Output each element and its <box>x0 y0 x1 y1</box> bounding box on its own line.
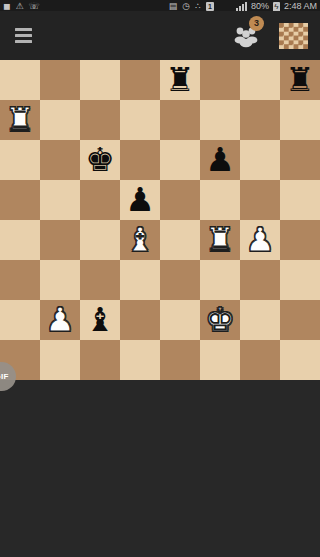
square-f6[interactable]: ♟ <box>200 140 240 180</box>
black-pawn[interactable]: ♟ <box>200 140 240 180</box>
square-f7[interactable] <box>200 100 240 140</box>
status-bar: ◼⚠☏ ▤◷∴1 80% ϟ 2:48 AM <box>0 0 320 11</box>
square-c5[interactable] <box>80 180 120 220</box>
clock-time: 2:48 AM <box>284 1 317 11</box>
hamburger-menu-button[interactable] <box>15 23 41 49</box>
black-rook[interactable]: ♜ <box>160 60 200 100</box>
square-g4[interactable]: ♟ <box>240 220 280 260</box>
square-d6[interactable] <box>120 140 160 180</box>
square-b6[interactable] <box>40 140 80 180</box>
square-a4[interactable] <box>0 220 40 260</box>
status-icons-middle: ▤◷∴1 <box>169 1 214 10</box>
contacts-icon: ∴ <box>195 2 201 11</box>
status-icons-left: ◼⚠☏ <box>3 1 40 10</box>
square-g3[interactable] <box>240 260 280 300</box>
square-e4[interactable] <box>160 220 200 260</box>
square-b2[interactable]: ♟ <box>40 300 80 340</box>
square-c4[interactable] <box>80 220 120 260</box>
square-c6[interactable]: ♚ <box>80 140 120 180</box>
square-d3[interactable] <box>120 260 160 300</box>
alarm-icon: ◷ <box>182 2 190 11</box>
square-c3[interactable] <box>80 260 120 300</box>
square-c8[interactable] <box>80 60 120 100</box>
square-g6[interactable] <box>240 140 280 180</box>
black-pawn[interactable]: ♟ <box>120 180 160 220</box>
square-h4[interactable] <box>280 220 320 260</box>
square-b8[interactable] <box>40 60 80 100</box>
square-g2[interactable] <box>240 300 280 340</box>
square-c2[interactable]: ♝ <box>80 300 120 340</box>
square-e1[interactable] <box>160 340 200 380</box>
square-a2[interactable] <box>0 300 40 340</box>
board-area: ♜♜♜♚♟♟♝♜♟♟♝♚ GIF <box>0 60 320 380</box>
black-rook[interactable]: ♜ <box>280 60 320 100</box>
white-rook[interactable]: ♜ <box>200 220 240 260</box>
bottom-area <box>0 380 320 557</box>
voicemail-icon: ☏ <box>29 2 40 11</box>
square-d5[interactable]: ♟ <box>120 180 160 220</box>
chess-board[interactable]: ♜♜♜♚♟♟♝♜♟♟♝♚ <box>0 60 320 380</box>
square-d8[interactable] <box>120 60 160 100</box>
square-a7[interactable]: ♜ <box>0 100 40 140</box>
white-pawn[interactable]: ♟ <box>240 220 280 260</box>
square-e7[interactable] <box>160 100 200 140</box>
battery-percent: 80% <box>251 1 269 11</box>
square-a5[interactable] <box>0 180 40 220</box>
square-f4[interactable]: ♜ <box>200 220 240 260</box>
app-bar: 3 <box>0 11 320 60</box>
friends-badge: 3 <box>249 16 264 31</box>
square-b4[interactable] <box>40 220 80 260</box>
square-h3[interactable] <box>280 260 320 300</box>
square-h1[interactable] <box>280 340 320 380</box>
white-king[interactable]: ♚ <box>200 300 240 340</box>
status-right: 80% ϟ 2:48 AM <box>236 1 317 11</box>
sim-icon: 1 <box>206 2 214 11</box>
square-f1[interactable] <box>200 340 240 380</box>
warning-icon: ⚠ <box>15 2 23 11</box>
board-theme-button[interactable] <box>279 23 308 49</box>
square-d4[interactable]: ♝ <box>120 220 160 260</box>
square-h5[interactable] <box>280 180 320 220</box>
square-d2[interactable] <box>120 300 160 340</box>
square-a8[interactable] <box>0 60 40 100</box>
square-h8[interactable]: ♜ <box>280 60 320 100</box>
square-c7[interactable] <box>80 100 120 140</box>
square-h6[interactable] <box>280 140 320 180</box>
square-f3[interactable] <box>200 260 240 300</box>
square-d7[interactable] <box>120 100 160 140</box>
square-e8[interactable]: ♜ <box>160 60 200 100</box>
signal-icon <box>236 2 247 11</box>
square-e5[interactable] <box>160 180 200 220</box>
square-f2[interactable]: ♚ <box>200 300 240 340</box>
battery-icon: ϟ <box>273 2 280 12</box>
camera-icon: ◼ <box>3 2 10 11</box>
square-f5[interactable] <box>200 180 240 220</box>
square-b1[interactable] <box>40 340 80 380</box>
app-bar-actions: 3 <box>231 23 310 49</box>
square-h2[interactable] <box>280 300 320 340</box>
square-b5[interactable] <box>40 180 80 220</box>
black-bishop[interactable]: ♝ <box>80 300 120 340</box>
friends-button[interactable]: 3 <box>231 24 261 48</box>
square-g8[interactable] <box>240 60 280 100</box>
square-d1[interactable] <box>120 340 160 380</box>
square-h7[interactable] <box>280 100 320 140</box>
square-g7[interactable] <box>240 100 280 140</box>
square-b3[interactable] <box>40 260 80 300</box>
square-e3[interactable] <box>160 260 200 300</box>
square-b7[interactable] <box>40 100 80 140</box>
square-e6[interactable] <box>160 140 200 180</box>
white-bishop[interactable]: ♝ <box>120 220 160 260</box>
square-c1[interactable] <box>80 340 120 380</box>
cast-icon: ▤ <box>169 2 178 11</box>
square-g5[interactable] <box>240 180 280 220</box>
black-king[interactable]: ♚ <box>80 140 120 180</box>
white-pawn[interactable]: ♟ <box>40 300 80 340</box>
square-e2[interactable] <box>160 300 200 340</box>
square-a3[interactable] <box>0 260 40 300</box>
square-f8[interactable] <box>200 60 240 100</box>
square-a6[interactable] <box>0 140 40 180</box>
square-g1[interactable] <box>240 340 280 380</box>
white-rook[interactable]: ♜ <box>0 100 40 140</box>
phone-screen: ◼⚠☏ ▤◷∴1 80% ϟ 2:48 AM <box>0 0 320 557</box>
